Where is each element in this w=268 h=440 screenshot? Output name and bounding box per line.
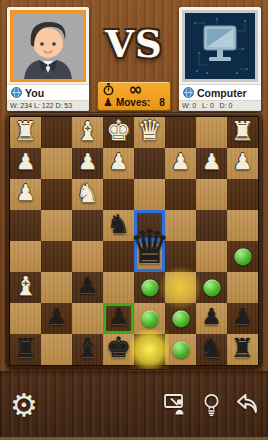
piece-white-pawn-c2: ♟ (165, 146, 196, 177)
timer-row: ∞ (103, 83, 165, 97)
square-g3[interactable] (41, 179, 72, 210)
square-b7[interactable]: ♟ (196, 303, 227, 334)
chess-board: ♜♝♚♛♜♟♟♟♟♟♟♟♞♞♛♝♟♟♟♟♟♜♝♚♞♜ (10, 117, 258, 365)
piece-white-pawn-e2: ♟ (103, 146, 134, 177)
piece-black-pawn-f6: ♟ (72, 270, 103, 301)
legal-move-dot (203, 279, 220, 296)
square-c1[interactable] (165, 117, 196, 148)
piece-black-pawn-a7: ♟ (227, 301, 258, 332)
square-a7[interactable]: ♟ (227, 303, 258, 334)
hint-glow (130, 330, 169, 369)
square-g7[interactable]: ♟ (41, 303, 72, 334)
piece-white-pawn-h3: ♟ (10, 177, 41, 208)
piece-white-pawn-a2: ♟ (227, 146, 258, 177)
square-b1[interactable] (196, 117, 227, 148)
match-info-box: ∞ ♟ Moves: 8 (97, 81, 171, 111)
you-stats: W: 234 L: 122 D: 53 (7, 100, 89, 111)
square-a6[interactable] (227, 272, 258, 303)
you-avatar (10, 10, 86, 82)
piece-white-rook-a1: ♜ (227, 115, 258, 146)
square-a4[interactable] (227, 210, 258, 241)
square-e3[interactable] (103, 179, 134, 210)
tutor-board-icon[interactable] (163, 392, 188, 419)
moves-row: ♟ Moves: 8 (103, 97, 165, 109)
piece-black-king-e8: ♚ (103, 332, 134, 363)
square-h5[interactable] (10, 241, 41, 272)
you-name-row: You (7, 84, 89, 100)
square-f1[interactable]: ♝ (72, 117, 103, 148)
square-b2[interactable]: ♟ (196, 148, 227, 179)
undo-arrow-icon[interactable] (235, 393, 259, 419)
footer-right-icons (163, 392, 259, 419)
boy-avatar-icon (13, 13, 83, 79)
square-d8[interactable] (134, 334, 165, 365)
square-c8[interactable] (165, 334, 196, 365)
square-g5[interactable] (41, 241, 72, 272)
square-e7[interactable]: ♟ (103, 303, 134, 334)
square-b4[interactable] (196, 210, 227, 241)
square-h6[interactable]: ♝ (10, 272, 41, 303)
square-d5[interactable]: ♛ (134, 241, 165, 272)
square-e1[interactable]: ♚ (103, 117, 134, 148)
square-h4[interactable] (10, 210, 41, 241)
piece-black-rook-a8: ♜ (227, 332, 258, 363)
player-you-card: You W: 234 L: 122 D: 53 (7, 7, 89, 111)
square-f4[interactable] (72, 210, 103, 241)
square-a1[interactable]: ♜ (227, 117, 258, 148)
square-c2[interactable]: ♟ (165, 148, 196, 179)
infinity-time: ∞ (114, 83, 157, 96)
square-f5[interactable] (72, 241, 103, 272)
piece-black-bishop-f8: ♝ (72, 332, 103, 363)
stopwatch-icon (103, 83, 114, 96)
square-g4[interactable] (41, 210, 72, 241)
square-b8[interactable]: ♞ (196, 334, 227, 365)
square-h1[interactable]: ♜ (10, 117, 41, 148)
piece-black-pawn-e7: ♟ (103, 301, 134, 332)
hint-bulb-icon[interactable] (201, 392, 222, 419)
settings-gear-icon[interactable]: ⚙ (10, 389, 38, 420)
square-c6[interactable] (165, 272, 196, 303)
square-e2[interactable]: ♟ (103, 148, 134, 179)
computer-monitor-icon (185, 13, 255, 79)
computer-avatar (182, 10, 258, 82)
square-f6[interactable]: ♟ (72, 272, 103, 303)
piece-white-queen-d1: ♛ (134, 115, 165, 146)
square-e8[interactable]: ♚ (103, 334, 134, 365)
legal-move-dot (141, 279, 158, 296)
square-a5[interactable] (227, 241, 258, 272)
square-h2[interactable]: ♟ (10, 148, 41, 179)
piece-white-king-e1: ♚ (103, 115, 134, 146)
piece-white-pawn-h2: ♟ (10, 146, 41, 177)
piece-white-knight-f3: ♞ (72, 177, 103, 208)
globe-icon (11, 87, 22, 98)
board-frame: ♜♝♚♛♜♟♟♟♟♟♟♟♞♞♛♝♟♟♟♟♟♜♝♚♞♜ (6, 113, 262, 369)
globe-icon (183, 87, 194, 98)
legal-move-dot (141, 310, 158, 327)
square-f7[interactable] (72, 303, 103, 334)
square-b3[interactable] (196, 179, 227, 210)
legal-move-dot (172, 310, 189, 327)
square-e6[interactable] (103, 272, 134, 303)
square-f8[interactable]: ♝ (72, 334, 103, 365)
square-a2[interactable]: ♟ (227, 148, 258, 179)
square-f3[interactable]: ♞ (72, 179, 103, 210)
bottom-bar: ⚙ (0, 371, 268, 440)
computer-name-row: Computer (179, 84, 261, 100)
piece-white-rook-h1: ♜ (10, 115, 41, 146)
square-h3[interactable]: ♟ (10, 179, 41, 210)
square-d3[interactable] (134, 179, 165, 210)
piece-white-bishop-h6: ♝ (10, 270, 41, 301)
square-f2[interactable]: ♟ (72, 148, 103, 179)
piece-black-pawn-b7: ♟ (196, 301, 227, 332)
player-computer-card: Computer W: 0 L: 0 D: 0 (179, 7, 261, 111)
square-g6[interactable] (41, 272, 72, 303)
square-h7[interactable] (10, 303, 41, 334)
piece-white-bishop-f1: ♝ (72, 115, 103, 146)
vs-label: VS (92, 22, 176, 66)
square-a3[interactable] (227, 179, 258, 210)
square-g1[interactable] (41, 117, 72, 148)
piece-black-knight-b8: ♞ (196, 332, 227, 363)
piece-black-pawn-g7: ♟ (41, 301, 72, 332)
piece-black-rook-h8: ♜ (10, 332, 41, 363)
square-d1[interactable]: ♛ (134, 117, 165, 148)
piece-white-pawn-f2: ♟ (72, 146, 103, 177)
moves-count: 8 (159, 97, 165, 108)
square-a8[interactable]: ♜ (227, 334, 258, 365)
legal-move-dot (172, 341, 189, 358)
chess-app: You W: 234 L: 122 D: 53 VS ∞ ♟ Moves: 8 (0, 0, 268, 440)
square-d2[interactable] (134, 148, 165, 179)
square-h8[interactable]: ♜ (10, 334, 41, 365)
you-name: You (25, 87, 44, 99)
pawn-icon: ♟ (103, 98, 113, 108)
computer-name: Computer (197, 87, 247, 99)
square-g2[interactable] (41, 148, 72, 179)
moves-label: Moves: (116, 97, 150, 108)
square-c3[interactable] (165, 179, 196, 210)
square-g8[interactable] (41, 334, 72, 365)
piece-white-pawn-b2: ♟ (196, 146, 227, 177)
legal-move-dot (234, 248, 251, 265)
computer-stats: W: 0 L: 0 D: 0 (179, 100, 261, 111)
piece-black-queen-d5: ♛ (134, 231, 165, 262)
